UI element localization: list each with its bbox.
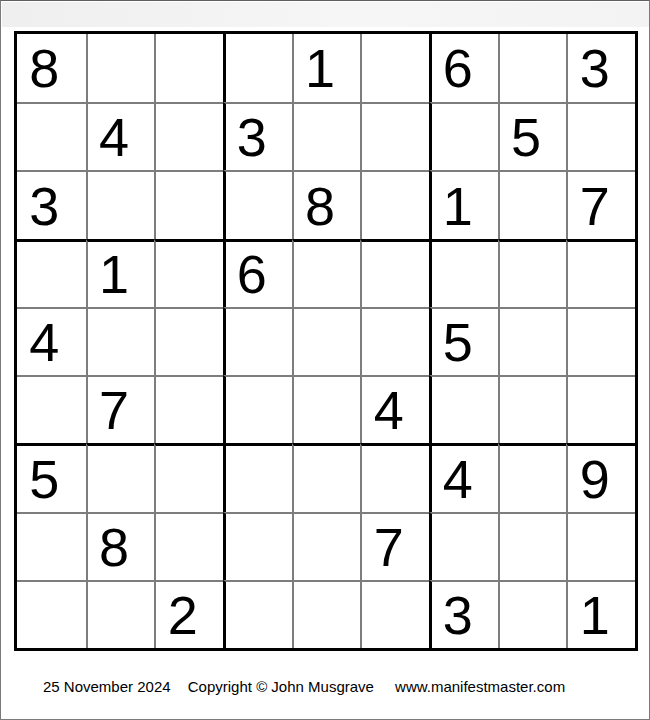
cell-r7c3[interactable] — [154, 443, 223, 511]
footer-copyright: Copyright © John Musgrave — [188, 678, 374, 695]
cell-r7c2[interactable] — [86, 443, 155, 511]
given-digit: 5 — [443, 315, 473, 369]
cell-r5c7[interactable]: 5 — [429, 307, 498, 375]
cell-r4c1[interactable] — [17, 239, 86, 307]
given-digit: 8 — [99, 520, 129, 574]
footer-date: 25 November 2024 — [43, 678, 171, 695]
given-digit: 4 — [374, 383, 404, 437]
cell-r4c3[interactable] — [154, 239, 223, 307]
cell-r2c9[interactable] — [566, 102, 635, 170]
cell-r3c3[interactable] — [154, 170, 223, 238]
top-bar — [2, 2, 650, 27]
cell-r9c2[interactable] — [86, 580, 155, 648]
cell-r6c3[interactable] — [154, 375, 223, 443]
cell-r3c9[interactable]: 7 — [566, 170, 635, 238]
cell-r7c6[interactable] — [360, 443, 429, 511]
cell-r9c4[interactable] — [223, 580, 292, 648]
cell-r7c8[interactable] — [498, 443, 567, 511]
cell-r3c6[interactable] — [360, 170, 429, 238]
cell-r1c4[interactable] — [223, 34, 292, 102]
given-digit: 8 — [29, 41, 59, 95]
cell-r5c1[interactable]: 4 — [17, 307, 86, 375]
given-digit: 2 — [168, 588, 198, 642]
given-digit: 6 — [237, 247, 267, 301]
cell-r1c9[interactable]: 3 — [566, 34, 635, 102]
cell-r1c2[interactable] — [86, 34, 155, 102]
cell-r9c1[interactable] — [17, 580, 86, 648]
cell-r6c1[interactable] — [17, 375, 86, 443]
cell-r3c5[interactable]: 8 — [292, 170, 361, 238]
cell-r4c8[interactable] — [498, 239, 567, 307]
cell-r9c6[interactable] — [360, 580, 429, 648]
cell-r8c9[interactable] — [566, 512, 635, 580]
cell-r9c3[interactable]: 2 — [154, 580, 223, 648]
cell-r6c5[interactable] — [292, 375, 361, 443]
cell-r7c9[interactable]: 9 — [566, 443, 635, 511]
cell-r2c6[interactable] — [360, 102, 429, 170]
given-digit: 7 — [580, 179, 610, 233]
cell-r3c7[interactable]: 1 — [429, 170, 498, 238]
given-digit: 7 — [99, 383, 129, 437]
cell-r1c6[interactable] — [360, 34, 429, 102]
given-digit: 5 — [511, 110, 541, 164]
cell-r2c3[interactable] — [154, 102, 223, 170]
cell-r1c5[interactable]: 1 — [292, 34, 361, 102]
given-digit: 8 — [305, 179, 335, 233]
cell-r6c9[interactable] — [566, 375, 635, 443]
cell-r8c8[interactable] — [498, 512, 567, 580]
page: 8163435381716457454987231 25 November 20… — [0, 0, 650, 720]
footer-line: 25 November 2024 Copyright © John Musgra… — [43, 678, 565, 695]
cell-r2c8[interactable]: 5 — [498, 102, 567, 170]
cell-r7c5[interactable] — [292, 443, 361, 511]
given-digit: 1 — [305, 41, 335, 95]
given-digit: 5 — [29, 452, 59, 506]
sudoku-board: 8163435381716457454987231 — [14, 31, 638, 651]
cell-r4c4[interactable]: 6 — [223, 239, 292, 307]
footer-website: www.manifestmaster.com — [395, 678, 565, 695]
cell-r2c7[interactable] — [429, 102, 498, 170]
cell-r7c4[interactable] — [223, 443, 292, 511]
given-digit: 3 — [29, 179, 59, 233]
cell-r1c1[interactable]: 8 — [17, 34, 86, 102]
cell-r8c7[interactable] — [429, 512, 498, 580]
cell-r4c9[interactable] — [566, 239, 635, 307]
cell-r5c8[interactable] — [498, 307, 567, 375]
cell-r5c9[interactable] — [566, 307, 635, 375]
given-digit: 7 — [374, 520, 404, 574]
given-digit: 1 — [580, 588, 610, 642]
cell-r8c3[interactable] — [154, 512, 223, 580]
cell-r5c6[interactable] — [360, 307, 429, 375]
given-digit: 1 — [99, 247, 129, 301]
cell-r3c8[interactable] — [498, 170, 567, 238]
cell-r1c8[interactable] — [498, 34, 567, 102]
cell-r4c2[interactable]: 1 — [86, 239, 155, 307]
cell-r6c7[interactable] — [429, 375, 498, 443]
cell-r5c5[interactable] — [292, 307, 361, 375]
given-digit: 3 — [237, 110, 267, 164]
cell-r8c6[interactable]: 7 — [360, 512, 429, 580]
given-digit: 3 — [580, 41, 610, 95]
cell-r5c2[interactable] — [86, 307, 155, 375]
cell-r4c7[interactable] — [429, 239, 498, 307]
cell-r6c6[interactable]: 4 — [360, 375, 429, 443]
cell-r7c1[interactable]: 5 — [17, 443, 86, 511]
cell-r3c4[interactable] — [223, 170, 292, 238]
cell-r8c5[interactable] — [292, 512, 361, 580]
cell-r3c2[interactable] — [86, 170, 155, 238]
cell-r9c9[interactable]: 1 — [566, 580, 635, 648]
cell-r2c1[interactable] — [17, 102, 86, 170]
cell-r2c2[interactable]: 4 — [86, 102, 155, 170]
cell-r9c8[interactable] — [498, 580, 567, 648]
cell-r4c5[interactable] — [292, 239, 361, 307]
given-digit: 4 — [443, 452, 473, 506]
cell-r8c1[interactable] — [17, 512, 86, 580]
cell-r3c1[interactable]: 3 — [17, 170, 86, 238]
cell-r1c3[interactable] — [154, 34, 223, 102]
cell-r4c6[interactable] — [360, 239, 429, 307]
cell-r7c7[interactable]: 4 — [429, 443, 498, 511]
cell-r6c8[interactable] — [498, 375, 567, 443]
cell-r8c2[interactable]: 8 — [86, 512, 155, 580]
cell-r9c7[interactable]: 3 — [429, 580, 498, 648]
cell-r5c3[interactable] — [154, 307, 223, 375]
cell-r5c4[interactable] — [223, 307, 292, 375]
cell-r1c7[interactable]: 6 — [429, 34, 498, 102]
cell-r2c4[interactable]: 3 — [223, 102, 292, 170]
given-digit: 1 — [443, 179, 473, 233]
given-digit: 9 — [580, 452, 610, 506]
given-digit: 6 — [443, 41, 473, 95]
cell-r8c4[interactable] — [223, 512, 292, 580]
cell-r9c5[interactable] — [292, 580, 361, 648]
cell-r6c2[interactable]: 7 — [86, 375, 155, 443]
given-digit: 3 — [443, 588, 473, 642]
given-digit: 4 — [99, 110, 129, 164]
cell-r2c5[interactable] — [292, 102, 361, 170]
cell-r6c4[interactable] — [223, 375, 292, 443]
given-digit: 4 — [29, 315, 59, 369]
